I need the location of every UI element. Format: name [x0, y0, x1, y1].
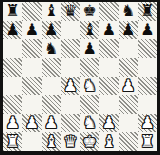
square-a3 — [3, 95, 22, 114]
square-e2: ♞ — [80, 114, 99, 133]
square-b5 — [22, 58, 41, 77]
black-bishop-piece: ♝ — [82, 21, 96, 37]
square-a6 — [3, 39, 22, 58]
white-knight-piece: ♞ — [82, 77, 96, 93]
square-b6 — [22, 39, 41, 58]
square-e6: ♟ — [80, 39, 99, 58]
chess-board: ♜♝♛♚♞♜♟♟♟♝♟♟♟♞♟♟♞♟♟♟♟♞♟♟♜♝♛♚♝♜ — [3, 2, 157, 151]
white-pawn-piece: ♟ — [25, 115, 39, 131]
square-h3 — [138, 95, 157, 114]
white-knight-piece: ♞ — [82, 115, 96, 131]
white-pawn-piece: ♟ — [102, 115, 116, 131]
square-h8: ♜ — [138, 2, 157, 21]
square-f1: ♝ — [99, 132, 118, 151]
black-rook-piece: ♜ — [140, 3, 154, 19]
square-d7 — [61, 21, 80, 40]
square-g7: ♟ — [119, 21, 138, 40]
square-a7: ♟ — [3, 21, 22, 40]
square-e8: ♚ — [80, 2, 99, 21]
square-d6 — [61, 39, 80, 58]
square-d1: ♛ — [61, 132, 80, 151]
square-d4: ♟ — [61, 77, 80, 96]
square-b4 — [22, 77, 41, 96]
black-knight-piece: ♞ — [121, 3, 135, 19]
square-a8: ♜ — [3, 2, 22, 21]
square-c6: ♞ — [42, 39, 61, 58]
black-pawn-piece: ♟ — [44, 21, 58, 37]
square-f3 — [99, 95, 118, 114]
white-pawn-piece: ♟ — [5, 115, 19, 131]
white-queen-piece: ♛ — [63, 133, 77, 149]
square-d5 — [61, 58, 80, 77]
square-e5 — [80, 58, 99, 77]
square-b1 — [22, 132, 41, 151]
square-f8 — [99, 2, 118, 21]
square-d8: ♛ — [61, 2, 80, 21]
chess-diagram: ♜♝♛♚♞♜♟♟♟♝♟♟♟♞♟♟♞♟♟♟♟♞♟♟♜♝♛♚♝♜ — [0, 0, 160, 155]
square-c3 — [42, 95, 61, 114]
white-pawn-piece: ♟ — [63, 77, 77, 93]
square-f6 — [99, 39, 118, 58]
square-h5 — [138, 58, 157, 77]
black-pawn-piece: ♟ — [5, 21, 19, 37]
black-queen-piece: ♛ — [63, 3, 77, 19]
square-c7: ♟ — [42, 21, 61, 40]
white-king-piece: ♚ — [82, 133, 96, 149]
white-pawn-piece: ♟ — [44, 115, 58, 131]
square-c1: ♝ — [42, 132, 61, 151]
board-frame: ♜♝♛♚♞♜♟♟♟♝♟♟♟♞♟♟♞♟♟♟♟♞♟♟♜♝♛♚♝♜ — [0, 0, 160, 155]
square-h4 — [138, 77, 157, 96]
black-knight-piece: ♞ — [44, 40, 58, 56]
square-f5 — [99, 58, 118, 77]
square-g3 — [119, 95, 138, 114]
square-a1: ♜ — [3, 132, 22, 151]
square-g1 — [119, 132, 138, 151]
square-g2 — [119, 114, 138, 133]
white-rook-piece: ♜ — [5, 133, 19, 149]
square-b8 — [22, 2, 41, 21]
square-d2 — [61, 114, 80, 133]
square-g6 — [119, 39, 138, 58]
square-f4 — [99, 77, 118, 96]
square-h7: ♟ — [138, 21, 157, 40]
square-a5 — [3, 58, 22, 77]
black-pawn-piece: ♟ — [140, 21, 154, 37]
square-d3 — [61, 95, 80, 114]
square-b2: ♟ — [22, 114, 41, 133]
square-e1: ♚ — [80, 132, 99, 151]
square-b7: ♟ — [22, 21, 41, 40]
square-h2: ♟ — [138, 114, 157, 133]
square-c4 — [42, 77, 61, 96]
white-pawn-piece: ♟ — [121, 77, 135, 93]
square-h1: ♜ — [138, 132, 157, 151]
square-c5 — [42, 58, 61, 77]
square-h6 — [138, 39, 157, 58]
square-c8: ♝ — [42, 2, 61, 21]
square-e3 — [80, 95, 99, 114]
square-e4: ♞ — [80, 77, 99, 96]
white-bishop-piece: ♝ — [44, 133, 58, 149]
square-g5 — [119, 58, 138, 77]
square-g4: ♟ — [119, 77, 138, 96]
square-b3 — [22, 95, 41, 114]
black-king-piece: ♚ — [82, 3, 96, 19]
black-pawn-piece: ♟ — [121, 21, 135, 37]
white-pawn-piece: ♟ — [140, 115, 154, 131]
white-rook-piece: ♜ — [140, 133, 154, 149]
square-e7: ♝ — [80, 21, 99, 40]
black-pawn-piece: ♟ — [102, 21, 116, 37]
square-c2: ♟ — [42, 114, 61, 133]
square-g8: ♞ — [119, 2, 138, 21]
white-bishop-piece: ♝ — [102, 133, 116, 149]
square-a2: ♟ — [3, 114, 22, 133]
square-f2: ♟ — [99, 114, 118, 133]
square-f7: ♟ — [99, 21, 118, 40]
black-bishop-piece: ♝ — [44, 3, 58, 19]
black-pawn-piece: ♟ — [82, 40, 96, 56]
black-pawn-piece: ♟ — [25, 21, 39, 37]
black-rook-piece: ♜ — [5, 3, 19, 19]
square-a4 — [3, 77, 22, 96]
